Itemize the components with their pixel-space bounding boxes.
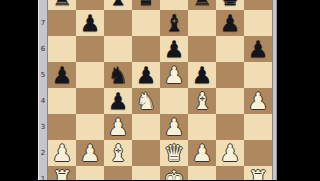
white-pawn: ♟ bbox=[80, 142, 101, 165]
white-pawn: ♟ bbox=[164, 116, 185, 139]
square-d8: ♛ bbox=[132, 0, 160, 10]
chess-diagram: 87654321 ♜♝♛♜♚♟♝♟♟♟♟♞♟♟♟♟♞♝♟♟♟♟♟♝♛♟♟♜♚♜ bbox=[38, 0, 277, 180]
square-a2: ♟ bbox=[48, 140, 76, 166]
square-h3 bbox=[244, 114, 272, 140]
square-h5 bbox=[244, 62, 272, 88]
black-rook: ♜ bbox=[192, 0, 213, 9]
square-d7 bbox=[132, 10, 160, 36]
square-h4: ♟ bbox=[244, 88, 272, 114]
square-c2: ♝ bbox=[104, 140, 132, 166]
rank-coordinates: 87654321 bbox=[38, 0, 48, 180]
black-pawn: ♟ bbox=[220, 12, 241, 35]
square-f2: ♟ bbox=[188, 140, 216, 166]
square-a5: ♟ bbox=[48, 62, 76, 88]
white-pawn: ♟ bbox=[108, 116, 129, 139]
square-c7 bbox=[104, 10, 132, 36]
white-pawn: ♟ bbox=[192, 142, 213, 165]
square-e5: ♟ bbox=[160, 62, 188, 88]
square-d1 bbox=[132, 166, 160, 180]
black-pawn: ♟ bbox=[108, 90, 129, 113]
square-e3: ♟ bbox=[160, 114, 188, 140]
black-bishop: ♝ bbox=[108, 0, 129, 9]
square-f5: ♟ bbox=[188, 62, 216, 88]
white-bishop: ♝ bbox=[108, 142, 129, 165]
square-b1 bbox=[76, 166, 104, 180]
square-h1: ♜ bbox=[244, 166, 272, 180]
square-g1 bbox=[216, 166, 244, 180]
square-a1: ♜ bbox=[48, 166, 76, 180]
square-c6 bbox=[104, 36, 132, 62]
square-g2: ♟ bbox=[216, 140, 244, 166]
black-pawn: ♟ bbox=[136, 64, 157, 87]
square-h7 bbox=[244, 10, 272, 36]
white-rook: ♜ bbox=[248, 168, 269, 181]
white-pawn: ♟ bbox=[164, 64, 185, 87]
black-pawn: ♟ bbox=[192, 64, 213, 87]
square-f7 bbox=[188, 10, 216, 36]
black-rook: ♜ bbox=[52, 0, 73, 9]
square-b3 bbox=[76, 114, 104, 140]
square-d5: ♟ bbox=[132, 62, 160, 88]
square-f1 bbox=[188, 166, 216, 180]
square-h6: ♟ bbox=[244, 36, 272, 62]
chess-board: ♜♝♛♜♚♟♝♟♟♟♟♞♟♟♟♟♞♝♟♟♟♟♟♝♛♟♟♜♚♜ bbox=[48, 0, 272, 180]
rank-label-1: 1 bbox=[39, 175, 47, 180]
square-g8: ♚ bbox=[216, 0, 244, 10]
square-d6 bbox=[132, 36, 160, 62]
white-queen: ♛ bbox=[164, 142, 185, 165]
square-b8 bbox=[76, 0, 104, 10]
black-pawn: ♟ bbox=[80, 12, 101, 35]
square-g5 bbox=[216, 62, 244, 88]
white-pawn: ♟ bbox=[52, 142, 73, 165]
square-b6 bbox=[76, 36, 104, 62]
white-bishop: ♝ bbox=[192, 90, 213, 113]
square-e2: ♛ bbox=[160, 140, 188, 166]
square-a3 bbox=[48, 114, 76, 140]
square-c4: ♟ bbox=[104, 88, 132, 114]
white-pawn: ♟ bbox=[220, 142, 241, 165]
square-c3: ♟ bbox=[104, 114, 132, 140]
square-g4 bbox=[216, 88, 244, 114]
square-f3 bbox=[188, 114, 216, 140]
black-queen: ♛ bbox=[136, 0, 157, 9]
square-e1: ♚ bbox=[160, 166, 188, 180]
square-h8 bbox=[244, 0, 272, 10]
board-viewport: ♜♝♛♜♚♟♝♟♟♟♟♞♟♟♟♟♞♝♟♟♟♟♟♝♛♟♟♜♚♜ bbox=[48, 0, 272, 180]
board-frame-right bbox=[272, 0, 277, 180]
square-g6 bbox=[216, 36, 244, 62]
square-c5: ♞ bbox=[104, 62, 132, 88]
square-a6 bbox=[48, 36, 76, 62]
square-f8: ♜ bbox=[188, 0, 216, 10]
square-e6: ♟ bbox=[160, 36, 188, 62]
square-c1 bbox=[104, 166, 132, 180]
square-h2 bbox=[244, 140, 272, 166]
white-king: ♚ bbox=[164, 168, 185, 181]
square-e7: ♝ bbox=[160, 10, 188, 36]
square-e8 bbox=[160, 0, 188, 10]
square-g7: ♟ bbox=[216, 10, 244, 36]
rank-label-4: 4 bbox=[39, 97, 47, 105]
rank-label-3: 3 bbox=[39, 123, 47, 131]
black-knight: ♞ bbox=[108, 64, 129, 87]
square-a4 bbox=[48, 88, 76, 114]
square-d3 bbox=[132, 114, 160, 140]
square-a7 bbox=[48, 10, 76, 36]
square-d2 bbox=[132, 140, 160, 166]
white-rook: ♜ bbox=[52, 168, 73, 181]
rank-label-2: 2 bbox=[39, 149, 47, 157]
rank-label-5: 5 bbox=[39, 71, 47, 79]
black-bishop: ♝ bbox=[164, 12, 185, 35]
square-d4: ♞ bbox=[132, 88, 160, 114]
white-knight: ♞ bbox=[136, 90, 157, 113]
square-b5 bbox=[76, 62, 104, 88]
square-a8: ♜ bbox=[48, 0, 76, 10]
square-b2: ♟ bbox=[76, 140, 104, 166]
rank-label-7: 7 bbox=[39, 19, 47, 27]
black-pawn: ♟ bbox=[164, 38, 185, 61]
black-pawn: ♟ bbox=[248, 38, 269, 61]
black-king: ♚ bbox=[220, 0, 241, 9]
square-g3 bbox=[216, 114, 244, 140]
square-b7: ♟ bbox=[76, 10, 104, 36]
rank-label-8: 8 bbox=[39, 0, 47, 1]
square-c8: ♝ bbox=[104, 0, 132, 10]
square-b4 bbox=[76, 88, 104, 114]
rank-label-6: 6 bbox=[39, 45, 47, 53]
square-f6 bbox=[188, 36, 216, 62]
white-pawn: ♟ bbox=[248, 90, 269, 113]
square-e4 bbox=[160, 88, 188, 114]
square-f4: ♝ bbox=[188, 88, 216, 114]
black-pawn: ♟ bbox=[52, 64, 73, 87]
